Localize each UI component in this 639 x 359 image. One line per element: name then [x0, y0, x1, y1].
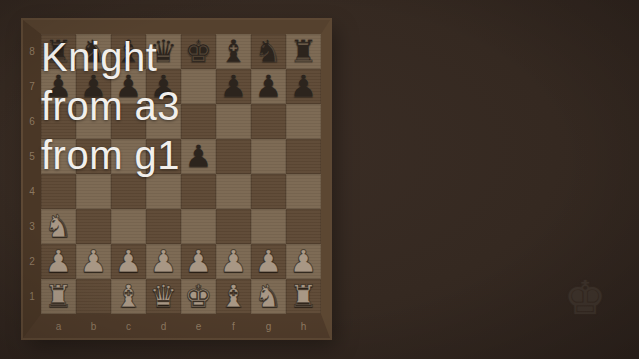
square-h4[interactable]: [286, 174, 321, 209]
file-label-d: d: [146, 316, 181, 338]
piece-white-king-e1[interactable]: ♚: [185, 279, 213, 314]
piece-white-rook-a1[interactable]: ♜: [45, 279, 73, 314]
piece-white-pawn-b2[interactable]: ♟: [80, 244, 108, 279]
piece-white-knight-a3[interactable]: ♞: [45, 209, 73, 244]
piece-black-pawn-e5[interactable]: ♟: [185, 139, 213, 174]
piece-white-pawn-h2[interactable]: ♟: [290, 244, 318, 279]
square-g2[interactable]: ♟: [251, 244, 286, 279]
file-label-f: f: [216, 316, 251, 338]
piece-white-queen-d1[interactable]: ♛: [150, 279, 178, 314]
square-h2[interactable]: ♟: [286, 244, 321, 279]
square-f4[interactable]: [216, 174, 251, 209]
spoken-piece-title: Knight: [41, 33, 180, 82]
rank-label-6: 6: [23, 104, 41, 139]
square-g1[interactable]: ♞: [251, 279, 286, 314]
rank-label-8: 8: [23, 34, 41, 69]
square-h3[interactable]: [286, 209, 321, 244]
square-b2[interactable]: ♟: [76, 244, 111, 279]
piece-white-pawn-d2[interactable]: ♟: [150, 244, 178, 279]
piece-white-pawn-a2[interactable]: ♟: [45, 244, 73, 279]
voice-disambiguation-overlay: Knight from a3 from g1: [41, 33, 180, 180]
piece-black-king-e8[interactable]: ♚: [185, 34, 213, 69]
file-label-b: b: [76, 316, 111, 338]
square-h1[interactable]: ♜: [286, 279, 321, 314]
square-g4[interactable]: [251, 174, 286, 209]
file-label-g: g: [251, 316, 286, 338]
piece-black-knight-g8[interactable]: ♞: [255, 34, 283, 69]
file-label-a: a: [41, 316, 76, 338]
rank-label-4: 4: [23, 174, 41, 209]
square-c3[interactable]: [111, 209, 146, 244]
square-f1[interactable]: ♝: [216, 279, 251, 314]
app-screen: ♜♞♝♛♚♝♞♜♟♟♟♟♟♟♟♟♞♟♟♟♟♟♟♟♟♜♝♛♚♝♞♜ 8765432…: [0, 0, 639, 359]
square-g5[interactable]: [251, 139, 286, 174]
square-d1[interactable]: ♛: [146, 279, 181, 314]
square-h6[interactable]: [286, 104, 321, 139]
square-e5[interactable]: ♟: [181, 139, 216, 174]
square-d2[interactable]: ♟: [146, 244, 181, 279]
rank-label-1: 1: [23, 279, 41, 314]
piece-black-bishop-f8[interactable]: ♝: [220, 34, 248, 69]
square-a3[interactable]: ♞: [41, 209, 76, 244]
piece-black-pawn-f7[interactable]: ♟: [220, 69, 248, 104]
piece-white-bishop-f1[interactable]: ♝: [220, 279, 248, 314]
piece-white-knight-g1[interactable]: ♞: [255, 279, 283, 314]
square-g8[interactable]: ♞: [251, 34, 286, 69]
square-e4[interactable]: [181, 174, 216, 209]
piece-white-pawn-g2[interactable]: ♟: [255, 244, 283, 279]
piece-black-pawn-h7[interactable]: ♟: [290, 69, 318, 104]
piece-white-pawn-f2[interactable]: ♟: [220, 244, 248, 279]
piece-white-pawn-e2[interactable]: ♟: [185, 244, 213, 279]
square-g7[interactable]: ♟: [251, 69, 286, 104]
square-e6[interactable]: [181, 104, 216, 139]
square-e2[interactable]: ♟: [181, 244, 216, 279]
square-g3[interactable]: [251, 209, 286, 244]
square-a1[interactable]: ♜: [41, 279, 76, 314]
file-label-e: e: [181, 316, 216, 338]
square-f5[interactable]: [216, 139, 251, 174]
rank-label-2: 2: [23, 244, 41, 279]
king-icon: ♚: [559, 270, 611, 325]
square-h7[interactable]: ♟: [286, 69, 321, 104]
square-e7[interactable]: [181, 69, 216, 104]
square-d3[interactable]: [146, 209, 181, 244]
square-f8[interactable]: ♝: [216, 34, 251, 69]
piece-white-rook-h1[interactable]: ♜: [290, 279, 318, 314]
square-f6[interactable]: [216, 104, 251, 139]
piece-black-rook-h8[interactable]: ♜: [290, 34, 318, 69]
square-g6[interactable]: [251, 104, 286, 139]
piece-white-bishop-c1[interactable]: ♝: [115, 279, 143, 314]
option-from-g1[interactable]: from g1: [41, 131, 180, 180]
piece-white-pawn-c2[interactable]: ♟: [115, 244, 143, 279]
rank-label-3: 3: [23, 209, 41, 244]
option-from-a3[interactable]: from a3: [41, 82, 180, 131]
square-b3[interactable]: [76, 209, 111, 244]
square-h8[interactable]: ♜: [286, 34, 321, 69]
file-label-c: c: [111, 316, 146, 338]
square-c2[interactable]: ♟: [111, 244, 146, 279]
square-f7[interactable]: ♟: [216, 69, 251, 104]
square-e3[interactable]: [181, 209, 216, 244]
square-f3[interactable]: [216, 209, 251, 244]
square-f2[interactable]: ♟: [216, 244, 251, 279]
square-h5[interactable]: [286, 139, 321, 174]
rank-label-7: 7: [23, 69, 41, 104]
square-b1[interactable]: [76, 279, 111, 314]
square-c1[interactable]: ♝: [111, 279, 146, 314]
square-a2[interactable]: ♟: [41, 244, 76, 279]
file-label-h: h: [286, 316, 321, 338]
piece-black-pawn-g7[interactable]: ♟: [255, 69, 283, 104]
rank-label-5: 5: [23, 139, 41, 174]
square-e1[interactable]: ♚: [181, 279, 216, 314]
square-e8[interactable]: ♚: [181, 34, 216, 69]
